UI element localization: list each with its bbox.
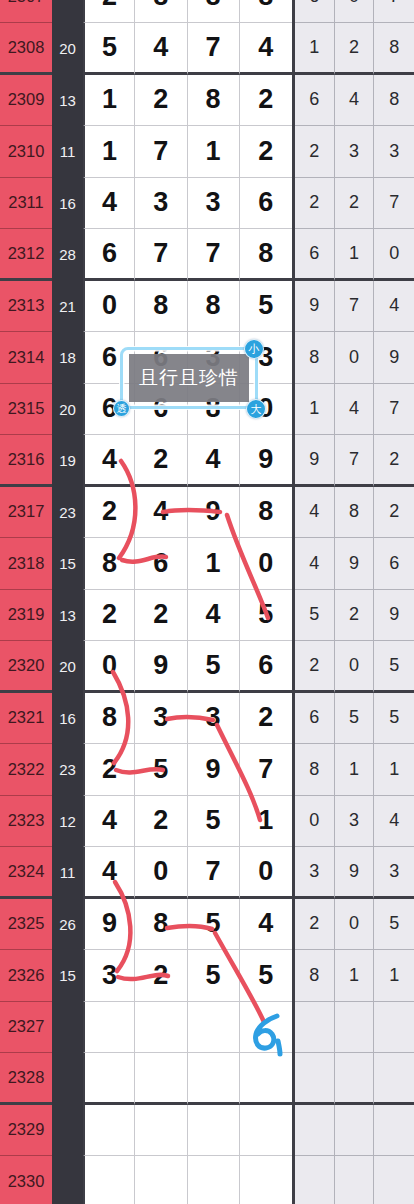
issue-cell: 2321 (0, 693, 52, 745)
tail-digit-cell: 6 (295, 75, 335, 127)
tail-digit-cell (335, 1156, 375, 1204)
main-digit-cell: 5 (240, 590, 292, 642)
issue-cell: 2319 (0, 590, 52, 642)
tail-digit-cell (295, 1053, 335, 1105)
tail-digit-cell: 2 (335, 23, 375, 75)
tail-digit-cell: 3 (374, 126, 414, 178)
tail-digit-cell: 3 (295, 847, 335, 899)
tail-digit-cell: 4 (335, 75, 375, 127)
watermark-text-box[interactable]: 且行且珍惜 (129, 354, 249, 402)
main-digit-cell: 3 (188, 693, 240, 745)
main-digit-cell: 8 (240, 487, 292, 539)
tail-digit-cell: 8 (374, 75, 414, 127)
main-digit-cell (188, 1002, 240, 1054)
table-row: 2327 (0, 1002, 414, 1054)
sum-count-cell (52, 1002, 83, 1054)
main-digit-cell: 4 (83, 178, 135, 230)
tail-digit-cell (335, 1053, 375, 1105)
issue-cell: 2309 (0, 75, 52, 127)
main-digit-cell: 7 (240, 744, 292, 796)
main-digit-cell: 1 (83, 75, 135, 127)
tail-digit-cell: 9 (335, 847, 375, 899)
tail-digit-cell: 2 (335, 178, 375, 230)
tail-digit-cell: 2 (295, 178, 335, 230)
main-digit-cell (83, 1053, 135, 1105)
sum-count-cell: 18 (52, 332, 83, 384)
sum-count-cell: 20 (52, 641, 83, 693)
main-digit-cell: 0 (83, 641, 135, 693)
main-digit-cell: 8 (135, 899, 187, 951)
sum-count-cell: 11 (52, 126, 83, 178)
main-digit-cell: 5 (240, 950, 292, 1002)
main-digit-cell: 8 (240, 0, 292, 23)
sum-count-cell: 20 (52, 23, 83, 75)
main-digit-cell (135, 1156, 187, 1204)
main-digit-cell: 4 (188, 435, 240, 487)
sum-count-cell (52, 1156, 83, 1204)
sum-count-cell: 23 (52, 487, 83, 539)
table-row: 2313 21 0 8 8 5 9 7 4 (0, 281, 414, 333)
main-digit-cell: 2 (83, 0, 135, 23)
main-digit-cell (135, 1002, 187, 1054)
tail-digit-cell (295, 1156, 335, 1204)
table-row: 2308 20 5 4 7 4 1 2 8 (0, 23, 414, 75)
tail-digit-cell (374, 1156, 414, 1204)
tail-digit-cell: 8 (295, 332, 335, 384)
tail-digit-cell: 0 (335, 641, 375, 693)
table-row: 2328 (0, 1053, 414, 1105)
sum-count-cell: 12 (52, 796, 83, 848)
lottery-trend-chart: 2307 2 8 8 8 6 0 7 2308 20 5 4 7 4 1 2 8… (0, 0, 414, 1204)
main-digit-cell: 4 (188, 590, 240, 642)
main-digit-cell (240, 1002, 292, 1054)
tail-digit-cell: 2 (295, 899, 335, 951)
table-row: 2326 15 3 2 5 5 8 1 1 (0, 950, 414, 1002)
tail-digit-cell: 5 (374, 693, 414, 745)
main-digit-cell: 8 (188, 281, 240, 333)
main-digit-cell: 5 (83, 23, 135, 75)
main-digit-cell: 7 (188, 847, 240, 899)
tail-digit-cell: 8 (295, 950, 335, 1002)
main-digit-cell: 8 (240, 229, 292, 281)
main-digit-cell: 6 (240, 178, 292, 230)
main-digit-cell (240, 1053, 292, 1105)
table-row: 2330 (0, 1156, 414, 1204)
sum-count-cell (52, 1053, 83, 1105)
main-digit-cell: 7 (135, 229, 187, 281)
tail-digit-cell: 2 (374, 487, 414, 539)
main-digit-cell: 4 (240, 899, 292, 951)
main-digit-cell: 4 (83, 796, 135, 848)
main-digit-cell: 5 (135, 744, 187, 796)
tail-digit-cell: 0 (335, 332, 375, 384)
table-row: 2310 11 1 7 1 2 2 3 3 (0, 126, 414, 178)
enlarge-handle[interactable]: 大 (246, 399, 266, 419)
tail-digit-cell: 1 (374, 950, 414, 1002)
main-digit-cell: 9 (83, 899, 135, 951)
sum-count-cell: 20 (52, 384, 83, 436)
tail-digit-cell: 5 (374, 641, 414, 693)
main-digit-cell (135, 1053, 187, 1105)
sum-count-cell: 11 (52, 847, 83, 899)
table-row: 2321 16 8 3 3 2 6 5 5 (0, 693, 414, 745)
main-digit-cell: 3 (135, 178, 187, 230)
main-digit-cell: 9 (240, 435, 292, 487)
main-digit-cell: 3 (188, 178, 240, 230)
table-row: 2320 20 0 9 5 6 2 0 5 (0, 641, 414, 693)
tail-digit-cell: 7 (374, 0, 414, 23)
main-digit-cell: 2 (135, 796, 187, 848)
main-digit-cell: 8 (83, 538, 135, 590)
issue-cell: 2316 (0, 435, 52, 487)
main-digit-cell: 2 (83, 487, 135, 539)
tail-digit-cell: 9 (374, 332, 414, 384)
table-row: 2322 23 2 5 9 7 8 1 1 (0, 744, 414, 796)
table-row: 2307 2 8 8 8 6 0 7 (0, 0, 414, 23)
issue-cell: 2312 (0, 229, 52, 281)
tail-digit-cell: 9 (295, 435, 335, 487)
tail-digit-cell: 6 (295, 0, 335, 23)
main-digit-cell: 2 (135, 435, 187, 487)
main-digit-cell: 4 (135, 23, 187, 75)
tail-digit-cell (374, 1002, 414, 1054)
main-digit-cell: 2 (240, 126, 292, 178)
tail-digit-cell: 4 (374, 281, 414, 333)
tail-digit-cell: 1 (295, 384, 335, 436)
tail-digit-cell: 4 (374, 796, 414, 848)
main-digit-cell (83, 1105, 135, 1157)
tail-digit-cell: 2 (374, 435, 414, 487)
main-digit-cell: 5 (188, 899, 240, 951)
main-digit-cell: 1 (188, 126, 240, 178)
table-row: 2316 19 4 2 4 9 9 7 2 (0, 435, 414, 487)
issue-cell: 2311 (0, 178, 52, 230)
tail-digit-cell: 4 (295, 538, 335, 590)
main-digit-cell: 6 (135, 538, 187, 590)
tail-digit-cell: 0 (335, 0, 375, 23)
watermark-overlay[interactable]: 且行且珍惜 小 透 大 (120, 347, 258, 409)
issue-cell: 2324 (0, 847, 52, 899)
tail-digit-cell: 7 (335, 435, 375, 487)
sum-count-cell: 16 (52, 693, 83, 745)
main-digit-cell: 2 (135, 590, 187, 642)
main-digit-cell: 5 (188, 641, 240, 693)
sum-count-cell: 16 (52, 178, 83, 230)
tail-digit-cell (295, 1105, 335, 1157)
table-row: 2309 13 1 2 8 2 6 4 8 (0, 75, 414, 127)
main-digit-cell (188, 1105, 240, 1157)
issue-cell: 2322 (0, 744, 52, 796)
shrink-handle[interactable]: 小 (244, 339, 264, 359)
main-digit-cell: 6 (240, 641, 292, 693)
main-digit-cell: 0 (135, 847, 187, 899)
main-digit-cell (188, 1053, 240, 1105)
issue-cell: 2318 (0, 538, 52, 590)
main-digit-cell: 8 (188, 0, 240, 23)
issue-cell: 2307 (0, 0, 52, 23)
issue-cell: 2325 (0, 899, 52, 951)
sum-count-cell: 23 (52, 744, 83, 796)
tail-digit-cell: 9 (335, 538, 375, 590)
issue-cell: 2326 (0, 950, 52, 1002)
table-row: 2325 26 9 8 5 4 2 0 5 (0, 899, 414, 951)
tail-digit-cell: 4 (335, 384, 375, 436)
main-digit-cell: 9 (188, 744, 240, 796)
sum-count-cell: 15 (52, 538, 83, 590)
tail-digit-cell (295, 1002, 335, 1054)
tail-digit-cell: 0 (374, 229, 414, 281)
issue-cell: 2310 (0, 126, 52, 178)
table-row: 2317 23 2 4 9 8 4 8 2 (0, 487, 414, 539)
tail-digit-cell (374, 1105, 414, 1157)
main-digit-cell (240, 1156, 292, 1204)
main-digit-cell: 4 (135, 487, 187, 539)
main-digit-cell: 7 (135, 126, 187, 178)
tail-digit-cell: 7 (374, 384, 414, 436)
main-digit-cell (83, 1156, 135, 1204)
tail-digit-cell (335, 1105, 375, 1157)
tail-digit-cell (335, 1002, 375, 1054)
main-digit-cell: 2 (240, 693, 292, 745)
tail-digit-cell: 2 (335, 590, 375, 642)
main-digit-cell: 8 (188, 75, 240, 127)
main-digit-cell: 0 (240, 847, 292, 899)
issue-cell: 2330 (0, 1156, 52, 1204)
tail-digit-cell: 2 (295, 641, 335, 693)
tail-digit-cell: 1 (335, 229, 375, 281)
tail-digit-cell: 6 (295, 693, 335, 745)
main-digit-cell: 5 (240, 281, 292, 333)
issue-cell: 2329 (0, 1105, 52, 1157)
tail-digit-cell: 1 (295, 23, 335, 75)
issue-cell: 2327 (0, 1002, 52, 1054)
main-digit-cell: 0 (83, 281, 135, 333)
main-digit-cell (240, 1105, 292, 1157)
main-digit-cell (188, 1156, 240, 1204)
sum-count-cell (52, 1105, 83, 1157)
tail-digit-cell: 8 (374, 23, 414, 75)
main-digit-cell: 7 (188, 229, 240, 281)
main-digit-cell: 1 (83, 126, 135, 178)
sum-count-cell: 19 (52, 435, 83, 487)
main-digit-cell: 5 (188, 796, 240, 848)
main-digit-cell: 2 (135, 950, 187, 1002)
table-row: 2319 13 2 2 4 5 5 2 9 (0, 590, 414, 642)
tail-digit-cell: 3 (374, 847, 414, 899)
main-digit-cell: 4 (83, 847, 135, 899)
tail-digit-cell: 9 (295, 281, 335, 333)
tail-digit-cell: 5 (374, 899, 414, 951)
main-digit-cell (83, 1002, 135, 1054)
tail-digit-cell: 8 (335, 487, 375, 539)
tail-digit-cell: 1 (335, 950, 375, 1002)
table-row: 2318 15 8 6 1 0 4 9 6 (0, 538, 414, 590)
main-digit-cell: 4 (83, 435, 135, 487)
main-digit-cell: 1 (188, 538, 240, 590)
tail-digit-cell: 8 (295, 744, 335, 796)
tail-digit-cell: 4 (295, 487, 335, 539)
main-digit-cell: 4 (240, 23, 292, 75)
main-digit-cell: 0 (240, 538, 292, 590)
table-row: 2329 (0, 1105, 414, 1157)
sum-count-cell: 26 (52, 899, 83, 951)
tail-digit-cell: 5 (335, 693, 375, 745)
table-row: 2312 28 6 7 7 8 6 1 0 (0, 229, 414, 281)
tail-digit-cell: 1 (335, 744, 375, 796)
main-digit-cell: 6 (83, 229, 135, 281)
main-digit-cell: 8 (135, 0, 187, 23)
issue-cell: 2315 (0, 384, 52, 436)
trend-grid: 2307 2 8 8 8 6 0 7 2308 20 5 4 7 4 1 2 8… (0, 0, 414, 1204)
main-digit-cell: 2 (83, 590, 135, 642)
main-digit-cell: 2 (135, 75, 187, 127)
tail-digit-cell: 5 (295, 590, 335, 642)
sum-count-cell: 15 (52, 950, 83, 1002)
sum-count-cell (52, 0, 83, 23)
opacity-handle[interactable]: 透 (113, 400, 130, 417)
tail-digit-cell: 3 (335, 126, 375, 178)
main-digit-cell: 7 (188, 23, 240, 75)
tail-digit-cell: 9 (374, 590, 414, 642)
table-row: 2323 12 4 2 5 1 0 3 4 (0, 796, 414, 848)
tail-digit-cell: 7 (335, 281, 375, 333)
main-digit-cell: 2 (240, 75, 292, 127)
issue-cell: 2314 (0, 332, 52, 384)
main-digit-cell: 9 (188, 487, 240, 539)
tail-digit-cell: 2 (295, 126, 335, 178)
main-digit-cell: 8 (135, 281, 187, 333)
table-row: 2311 16 4 3 3 6 2 2 7 (0, 178, 414, 230)
sum-count-cell: 13 (52, 75, 83, 127)
tail-digit-cell: 7 (374, 178, 414, 230)
main-digit-cell: 3 (83, 950, 135, 1002)
issue-cell: 2320 (0, 641, 52, 693)
issue-cell: 2317 (0, 487, 52, 539)
main-digit-cell: 3 (135, 693, 187, 745)
main-digit-cell: 9 (135, 641, 187, 693)
watermark-text: 且行且珍惜 (139, 365, 239, 391)
tail-digit-cell: 3 (335, 796, 375, 848)
issue-cell: 2308 (0, 23, 52, 75)
tail-digit-cell: 6 (374, 538, 414, 590)
sum-count-cell: 28 (52, 229, 83, 281)
tail-digit-cell: 0 (335, 899, 375, 951)
issue-cell: 2313 (0, 281, 52, 333)
sum-count-cell: 13 (52, 590, 83, 642)
sum-count-cell: 21 (52, 281, 83, 333)
tail-digit-cell: 0 (295, 796, 335, 848)
main-digit-cell: 2 (83, 744, 135, 796)
tail-digit-cell: 6 (295, 229, 335, 281)
main-digit-cell (135, 1105, 187, 1157)
issue-cell: 2323 (0, 796, 52, 848)
tail-digit-cell (374, 1053, 414, 1105)
main-digit-cell: 8 (83, 693, 135, 745)
tail-digit-cell: 1 (374, 744, 414, 796)
issue-cell: 2328 (0, 1053, 52, 1105)
main-digit-cell: 1 (240, 796, 292, 848)
table-row: 2324 11 4 0 7 0 3 9 3 (0, 847, 414, 899)
main-digit-cell: 5 (188, 950, 240, 1002)
